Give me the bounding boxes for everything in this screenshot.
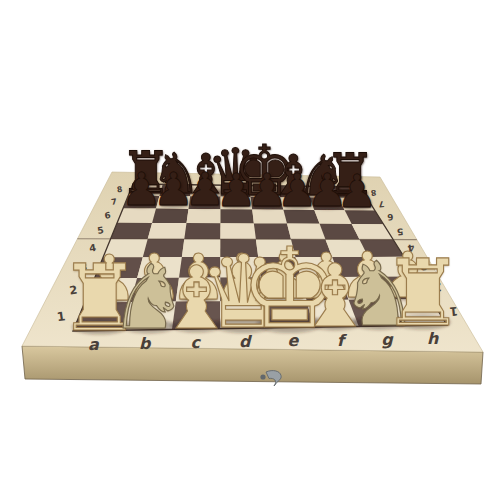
rank-label-right-5: 5: [396, 226, 404, 238]
square-b5[interactable]: [148, 223, 187, 239]
photo-stage: abcdefgh8877665544332211 ♜♞♝♛♚♝♞♜♟♟♟♟♟♟♟…: [0, 0, 500, 500]
piece-black-pawn-h7[interactable]: ♟: [323, 169, 391, 215]
piece-white-rook-h1[interactable]: ♜: [354, 247, 493, 339]
